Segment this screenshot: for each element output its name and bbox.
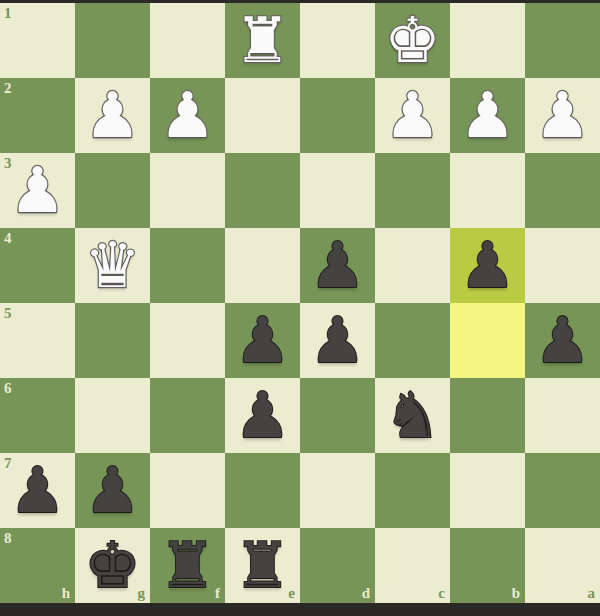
file-label-g: g xyxy=(138,585,146,602)
square-c2[interactable]: ♟ xyxy=(375,78,450,153)
white-pawn-icon[interactable]: ♟ xyxy=(525,78,600,153)
square-e6[interactable]: ♟ xyxy=(225,378,300,453)
file-label-h: h xyxy=(62,585,70,602)
file-label-b: b xyxy=(512,585,520,602)
white-pawn-icon[interactable]: ♟ xyxy=(75,78,150,153)
square-e8[interactable]: ♜e xyxy=(225,528,300,603)
square-c3[interactable] xyxy=(375,153,450,228)
square-d1[interactable] xyxy=(300,3,375,78)
square-h5[interactable]: 5 xyxy=(0,303,75,378)
white-pawn-icon[interactable]: ♟ xyxy=(375,78,450,153)
rank-label-3: 3 xyxy=(4,155,12,172)
square-c8[interactable]: c xyxy=(375,528,450,603)
square-e1[interactable]: ♜ xyxy=(225,3,300,78)
rank-label-8: 8 xyxy=(4,530,12,547)
square-b7[interactable] xyxy=(450,453,525,528)
black-pawn-icon[interactable]: ♟ xyxy=(300,303,375,378)
square-c6[interactable]: ♞ xyxy=(375,378,450,453)
square-h2[interactable]: 2 xyxy=(0,78,75,153)
file-label-d: d xyxy=(362,585,370,602)
rank-label-4: 4 xyxy=(4,230,12,247)
square-g3[interactable] xyxy=(75,153,150,228)
square-f3[interactable] xyxy=(150,153,225,228)
square-h8[interactable]: 8h xyxy=(0,528,75,603)
square-b2[interactable]: ♟ xyxy=(450,78,525,153)
square-d5[interactable]: ♟ xyxy=(300,303,375,378)
square-g2[interactable]: ♟ xyxy=(75,78,150,153)
chess-app-window: 1♜♚2♟♟♟♟♟♟34♛♟♟5♟♟♟6♟♞♟7♟8h♚g♜f♜edcba xyxy=(0,0,600,616)
black-pawn-icon[interactable]: ♟ xyxy=(450,228,525,303)
square-h3[interactable]: ♟3 xyxy=(0,153,75,228)
white-pawn-icon[interactable]: ♟ xyxy=(150,78,225,153)
square-d4[interactable]: ♟ xyxy=(300,228,375,303)
square-f6[interactable] xyxy=(150,378,225,453)
square-e4[interactable] xyxy=(225,228,300,303)
rank-label-2: 2 xyxy=(4,80,12,97)
white-rook-icon[interactable]: ♜ xyxy=(225,3,300,78)
square-c4[interactable] xyxy=(375,228,450,303)
black-pawn-icon[interactable]: ♟ xyxy=(525,303,600,378)
square-a6[interactable] xyxy=(525,378,600,453)
rank-label-5: 5 xyxy=(4,305,12,322)
black-rook-icon[interactable]: ♜ xyxy=(150,528,225,603)
black-knight-icon[interactable]: ♞ xyxy=(375,378,450,453)
square-g5[interactable] xyxy=(75,303,150,378)
square-f4[interactable] xyxy=(150,228,225,303)
square-c5[interactable] xyxy=(375,303,450,378)
square-e5[interactable]: ♟ xyxy=(225,303,300,378)
black-pawn-icon[interactable]: ♟ xyxy=(75,453,150,528)
file-label-e: e xyxy=(288,585,295,602)
white-pawn-icon[interactable]: ♟ xyxy=(450,78,525,153)
square-d7[interactable] xyxy=(300,453,375,528)
square-e2[interactable] xyxy=(225,78,300,153)
square-a1[interactable] xyxy=(525,3,600,78)
square-a7[interactable] xyxy=(525,453,600,528)
square-b8[interactable]: b xyxy=(450,528,525,603)
rank-label-7: 7 xyxy=(4,455,12,472)
file-label-f: f xyxy=(215,585,220,602)
square-a3[interactable] xyxy=(525,153,600,228)
square-e3[interactable] xyxy=(225,153,300,228)
square-b1[interactable] xyxy=(450,3,525,78)
square-h1[interactable]: 1 xyxy=(0,3,75,78)
black-pawn-icon[interactable]: ♟ xyxy=(225,303,300,378)
file-label-a: a xyxy=(588,585,596,602)
square-f8[interactable]: ♜f xyxy=(150,528,225,603)
chess-board[interactable]: 1♜♚2♟♟♟♟♟♟34♛♟♟5♟♟♟6♟♞♟7♟8h♚g♜f♜edcba xyxy=(0,3,600,603)
square-g7[interactable]: ♟ xyxy=(75,453,150,528)
square-d2[interactable] xyxy=(300,78,375,153)
square-b5[interactable] xyxy=(450,303,525,378)
square-g1[interactable] xyxy=(75,3,150,78)
square-d3[interactable] xyxy=(300,153,375,228)
square-f5[interactable] xyxy=(150,303,225,378)
square-g6[interactable] xyxy=(75,378,150,453)
square-h6[interactable]: 6 xyxy=(0,378,75,453)
square-g4[interactable]: ♛ xyxy=(75,228,150,303)
square-f1[interactable] xyxy=(150,3,225,78)
rank-label-6: 6 xyxy=(4,380,12,397)
rank-label-1: 1 xyxy=(4,5,12,22)
black-pawn-icon[interactable]: ♟ xyxy=(225,378,300,453)
square-d6[interactable] xyxy=(300,378,375,453)
square-d8[interactable]: d xyxy=(300,528,375,603)
file-label-c: c xyxy=(438,585,445,602)
square-f7[interactable] xyxy=(150,453,225,528)
square-h7[interactable]: ♟7 xyxy=(0,453,75,528)
black-pawn-icon[interactable]: ♟ xyxy=(300,228,375,303)
square-b3[interactable] xyxy=(450,153,525,228)
square-a5[interactable]: ♟ xyxy=(525,303,600,378)
white-king-icon[interactable]: ♚ xyxy=(375,3,450,78)
white-queen-icon[interactable]: ♛ xyxy=(75,228,150,303)
square-c7[interactable] xyxy=(375,453,450,528)
square-f2[interactable]: ♟ xyxy=(150,78,225,153)
square-c1[interactable]: ♚ xyxy=(375,3,450,78)
board-frame-bottom xyxy=(0,603,600,616)
square-a8[interactable]: a xyxy=(525,528,600,603)
square-b6[interactable] xyxy=(450,378,525,453)
square-e7[interactable] xyxy=(225,453,300,528)
square-a2[interactable]: ♟ xyxy=(525,78,600,153)
square-g8[interactable]: ♚g xyxy=(75,528,150,603)
square-a4[interactable] xyxy=(525,228,600,303)
square-h4[interactable]: 4 xyxy=(0,228,75,303)
square-b4[interactable]: ♟ xyxy=(450,228,525,303)
